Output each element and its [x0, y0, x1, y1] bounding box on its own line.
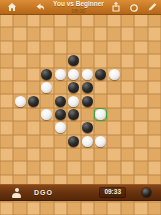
cell-r7c8[interactable]	[107, 108, 120, 121]
cell-r7c9[interactable]	[121, 108, 134, 121]
cell-r5c1[interactable]	[13, 81, 26, 94]
cell-r4c0[interactable]	[0, 68, 13, 81]
cell-r11c2[interactable]	[27, 161, 40, 174]
cell-r9c1[interactable]	[13, 135, 26, 148]
cell-r10c4[interactable]	[54, 148, 67, 161]
cell-r2c8[interactable]	[107, 41, 120, 54]
cell-r1c5[interactable]	[67, 27, 80, 40]
cell-r2c5[interactable]	[67, 41, 80, 54]
cell-r11c10[interactable]	[134, 161, 147, 174]
cell-r1c1[interactable]	[13, 27, 26, 40]
cell-r3c0[interactable]	[0, 54, 13, 67]
black-stone	[28, 96, 39, 107]
cell-r14c6[interactable]	[81, 202, 94, 215]
cell-r3c9[interactable]	[121, 54, 134, 67]
cell-r10c11[interactable]	[148, 148, 161, 161]
cell-r10c2[interactable]	[27, 148, 40, 161]
cell-r14c10[interactable]	[134, 202, 147, 215]
cell-r2c0[interactable]	[0, 41, 13, 54]
black-stone	[68, 109, 79, 120]
match-subtitle: 08:00	[53, 9, 104, 15]
cell-r0c0[interactable]	[0, 14, 13, 27]
player-name: DGO	[34, 189, 53, 196]
cell-r4c5[interactable]	[67, 68, 80, 81]
cell-r8c10[interactable]	[134, 121, 147, 134]
cell-r9c0[interactable]	[0, 135, 13, 148]
cell-r6c6[interactable]	[81, 94, 94, 107]
cell-r10c7[interactable]	[94, 148, 107, 161]
cell-r6c3[interactable]	[40, 94, 53, 107]
black-stone	[68, 136, 79, 147]
cell-r5c4[interactable]	[54, 81, 67, 94]
cell-r8c3[interactable]	[40, 121, 53, 134]
cell-r1c3[interactable]	[40, 27, 53, 40]
home-icon[interactable]	[7, 2, 17, 12]
cell-r5c10[interactable]	[134, 81, 147, 94]
cell-r5c2[interactable]	[27, 81, 40, 94]
cell-r8c8[interactable]	[107, 121, 120, 134]
black-stone	[68, 82, 79, 93]
cell-r6c7[interactable]	[94, 94, 107, 107]
cell-r3c5[interactable]	[67, 54, 80, 67]
cell-r8c11[interactable]	[148, 121, 161, 134]
circle-icon[interactable]	[129, 3, 139, 13]
cell-r7c1[interactable]	[13, 108, 26, 121]
cell-r0c6[interactable]	[81, 14, 94, 27]
cell-r3c3[interactable]	[40, 54, 53, 67]
cell-r10c3[interactable]	[40, 148, 53, 161]
black-stone	[82, 82, 93, 93]
cell-r0c11[interactable]	[148, 14, 161, 27]
cell-r7c2[interactable]	[27, 108, 40, 121]
cell-r4c9[interactable]	[121, 68, 134, 81]
cell-r9c8[interactable]	[107, 135, 120, 148]
black-stone	[55, 109, 66, 120]
match-title-text: You vs Beginner	[53, 1, 104, 8]
cell-r10c10[interactable]	[134, 148, 147, 161]
cell-r2c4[interactable]	[54, 41, 67, 54]
cell-r11c11[interactable]	[148, 161, 161, 174]
black-stone	[68, 55, 79, 66]
cell-r9c11[interactable]	[148, 135, 161, 148]
cell-r11c1[interactable]	[13, 161, 26, 174]
cell-r0c8[interactable]	[107, 14, 120, 27]
share-icon[interactable]	[111, 2, 121, 12]
cell-r8c6[interactable]	[81, 121, 94, 134]
cell-r2c2[interactable]	[27, 41, 40, 54]
cell-r8c5[interactable]	[67, 121, 80, 134]
white-stone	[55, 69, 66, 80]
cell-r0c1[interactable]	[13, 14, 26, 27]
cell-r2c7[interactable]	[94, 41, 107, 54]
cell-r9c3[interactable]	[40, 135, 53, 148]
cell-r0c7[interactable]	[94, 14, 107, 27]
cell-r6c0[interactable]	[0, 94, 13, 107]
cell-r11c6[interactable]	[81, 161, 94, 174]
cell-r7c10[interactable]	[134, 108, 147, 121]
cell-r1c7[interactable]	[94, 27, 107, 40]
cell-r6c10[interactable]	[134, 94, 147, 107]
cell-r7c4[interactable]	[54, 108, 67, 121]
cell-r5c8[interactable]	[107, 81, 120, 94]
cell-r4c7[interactable]	[94, 68, 107, 81]
cell-r3c2[interactable]	[27, 54, 40, 67]
cell-r8c4[interactable]	[54, 121, 67, 134]
player-bar: DGO 09:33	[0, 184, 161, 201]
white-stone	[15, 96, 26, 107]
cell-r14c7[interactable]	[94, 202, 107, 215]
cell-r8c9[interactable]	[121, 121, 134, 134]
black-stone	[82, 122, 93, 133]
cell-r4c8[interactable]	[107, 68, 120, 81]
cell-r1c0[interactable]	[0, 27, 13, 40]
cell-r3c11[interactable]	[148, 54, 161, 67]
white-stone	[82, 69, 93, 80]
cell-r10c1[interactable]	[13, 148, 26, 161]
white-stone	[55, 122, 66, 133]
cell-r9c4[interactable]	[54, 135, 67, 148]
cell-r7c5[interactable]	[67, 108, 80, 121]
cell-r14c4[interactable]	[54, 202, 67, 215]
cell-r5c7[interactable]	[94, 81, 107, 94]
cell-r11c9[interactable]	[121, 161, 134, 174]
cell-r11c7[interactable]	[94, 161, 107, 174]
pencil-icon[interactable]	[147, 2, 157, 12]
cell-r4c4[interactable]	[54, 68, 67, 81]
gomoku-app: You vs Beginner 08:00 DGO 09:33	[0, 0, 161, 215]
cell-r11c5[interactable]	[67, 161, 80, 174]
cell-r14c1[interactable]	[13, 202, 26, 215]
cell-r14c8[interactable]	[107, 202, 120, 215]
cell-r2c9[interactable]	[121, 41, 134, 54]
cell-r11c3[interactable]	[40, 161, 53, 174]
cell-r4c3[interactable]	[40, 68, 53, 81]
cell-r9c2[interactable]	[27, 135, 40, 148]
cell-r11c4[interactable]	[54, 161, 67, 174]
cell-r5c6[interactable]	[81, 81, 94, 94]
cell-r10c6[interactable]	[81, 148, 94, 161]
cell-r0c5[interactable]	[67, 14, 80, 27]
cell-r5c5[interactable]	[67, 81, 80, 94]
cell-r5c11[interactable]	[148, 81, 161, 94]
black-stone	[82, 96, 93, 107]
white-stone	[41, 109, 52, 120]
cell-r6c9[interactable]	[121, 94, 134, 107]
cell-r9c5[interactable]	[67, 135, 80, 148]
cell-r3c6[interactable]	[81, 54, 94, 67]
cell-r14c3[interactable]	[40, 202, 53, 215]
black-stone	[95, 69, 106, 80]
cell-r3c10[interactable]	[134, 54, 147, 67]
white-stone	[68, 96, 79, 107]
cell-r4c1[interactable]	[13, 68, 26, 81]
cell-r7c11[interactable]	[148, 108, 161, 121]
cell-r14c9[interactable]	[121, 202, 134, 215]
player-clock: 09:33	[99, 187, 126, 198]
cell-r6c4[interactable]	[54, 94, 67, 107]
white-stone	[95, 109, 106, 120]
cell-r4c10[interactable]	[134, 68, 147, 81]
cell-r7c3[interactable]	[40, 108, 53, 121]
person-icon	[12, 188, 21, 198]
cell-r1c9[interactable]	[121, 27, 134, 40]
cell-r8c1[interactable]	[13, 121, 26, 134]
cell-r11c8[interactable]	[107, 161, 120, 174]
cell-r8c7[interactable]	[94, 121, 107, 134]
cell-r10c5[interactable]	[67, 148, 80, 161]
cell-r3c1[interactable]	[13, 54, 26, 67]
cell-r2c3[interactable]	[40, 41, 53, 54]
cell-r9c7[interactable]	[94, 135, 107, 148]
cell-r8c2[interactable]	[27, 121, 40, 134]
cell-r3c4[interactable]	[54, 54, 67, 67]
cell-r0c10[interactable]	[134, 14, 147, 27]
cell-r9c6[interactable]	[81, 135, 94, 148]
cell-r5c9[interactable]	[121, 81, 134, 94]
black-stone	[55, 96, 66, 107]
cell-r4c6[interactable]	[81, 68, 94, 81]
white-stone	[82, 136, 93, 147]
player-stone-black	[142, 188, 151, 197]
cell-r1c10[interactable]	[134, 27, 147, 40]
cell-r10c9[interactable]	[121, 148, 134, 161]
black-stone	[41, 69, 52, 80]
undo-icon[interactable]	[35, 2, 45, 12]
cell-r2c11[interactable]	[148, 41, 161, 54]
cell-r0c2[interactable]	[27, 14, 40, 27]
cell-r3c8[interactable]	[107, 54, 120, 67]
cell-r7c6[interactable]	[81, 108, 94, 121]
cell-r2c6[interactable]	[81, 41, 94, 54]
cell-r6c8[interactable]	[107, 94, 120, 107]
cell-r8c0[interactable]	[0, 121, 13, 134]
cell-r1c4[interactable]	[54, 27, 67, 40]
cell-r14c5[interactable]	[67, 202, 80, 215]
cell-r10c8[interactable]	[107, 148, 120, 161]
cell-r1c11[interactable]	[148, 27, 161, 40]
cell-r6c2[interactable]	[27, 94, 40, 107]
white-stone	[41, 82, 52, 93]
cell-r6c11[interactable]	[148, 94, 161, 107]
cell-r3c7[interactable]	[94, 54, 107, 67]
cell-r1c6[interactable]	[81, 27, 94, 40]
cell-r1c8[interactable]	[107, 27, 120, 40]
match-title: You vs Beginner 08:00	[53, 1, 104, 14]
cell-r2c10[interactable]	[134, 41, 147, 54]
cell-r10c0[interactable]	[0, 148, 13, 161]
cell-r7c0[interactable]	[0, 108, 13, 121]
cell-r7c7[interactable]	[94, 108, 107, 121]
white-stone	[95, 136, 106, 147]
cell-r14c0[interactable]	[0, 202, 13, 215]
cell-r4c2[interactable]	[27, 68, 40, 81]
cell-r11c0[interactable]	[0, 161, 13, 174]
cell-r9c10[interactable]	[134, 135, 147, 148]
top-bar: You vs Beginner 08:00	[0, 0, 161, 15]
cell-r14c11[interactable]	[148, 202, 161, 215]
cell-r9c9[interactable]	[121, 135, 134, 148]
cell-r5c0[interactable]	[0, 81, 13, 94]
cell-r5c3[interactable]	[40, 81, 53, 94]
cell-r2c1[interactable]	[13, 41, 26, 54]
cell-r14c2[interactable]	[27, 202, 40, 215]
cell-r6c5[interactable]	[67, 94, 80, 107]
cell-r0c3[interactable]	[40, 14, 53, 27]
cell-r6c1[interactable]	[13, 94, 26, 107]
cell-r0c9[interactable]	[121, 14, 134, 27]
cell-r1c2[interactable]	[27, 27, 40, 40]
cell-r4c11[interactable]	[148, 68, 161, 81]
white-stone	[68, 69, 79, 80]
cell-r0c4[interactable]	[54, 14, 67, 27]
white-stone	[109, 69, 120, 80]
